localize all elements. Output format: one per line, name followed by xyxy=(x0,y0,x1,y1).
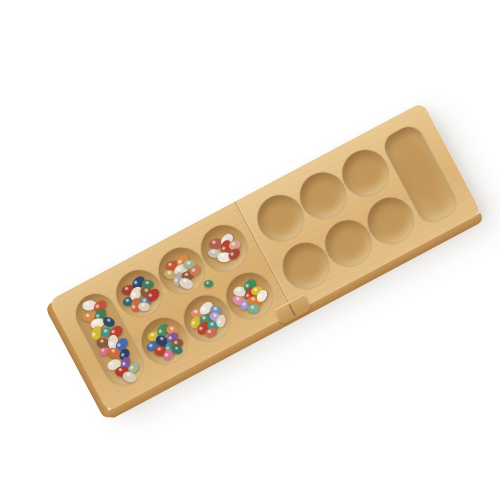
gem-stone xyxy=(138,302,151,312)
mancala-board xyxy=(48,102,482,412)
product-photo xyxy=(0,0,500,500)
latch-slot xyxy=(288,304,296,316)
